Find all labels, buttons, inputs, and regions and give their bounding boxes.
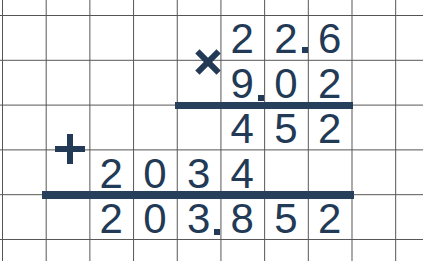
digit-cell: 3	[177, 149, 221, 194]
final-sum-line	[42, 191, 354, 199]
digit-cell: 2	[89, 149, 133, 194]
squared-paper-worksheet: 2 2 6 9 0 2 4 5 2 2 0 3 4 2 0 3 8 5 2	[0, 0, 423, 261]
digit-cell: 5	[264, 105, 308, 150]
digit-cell: 5	[264, 194, 308, 239]
digit-cell: 2	[308, 60, 352, 105]
digit-cell: 2	[220, 15, 264, 60]
digit-cell: 2	[308, 105, 352, 150]
partial-product-sum-line	[175, 102, 353, 109]
decimal-point	[258, 95, 264, 101]
plus-sign-icon	[55, 134, 85, 164]
digit-cell: 0	[133, 194, 177, 239]
digit-cell: 2	[89, 194, 133, 239]
digit-cell: 2	[264, 15, 308, 60]
digit-cell: 0	[133, 149, 177, 194]
digit-cell: 2	[308, 194, 352, 239]
digit-cell: 4	[220, 105, 264, 150]
digit-cell: 4	[220, 149, 264, 194]
decimal-point	[302, 47, 308, 53]
digit-cell: 8	[220, 194, 264, 239]
digit-cell: 0	[264, 60, 308, 105]
digit-cell: 6	[308, 15, 352, 60]
decimal-point	[214, 229, 220, 235]
